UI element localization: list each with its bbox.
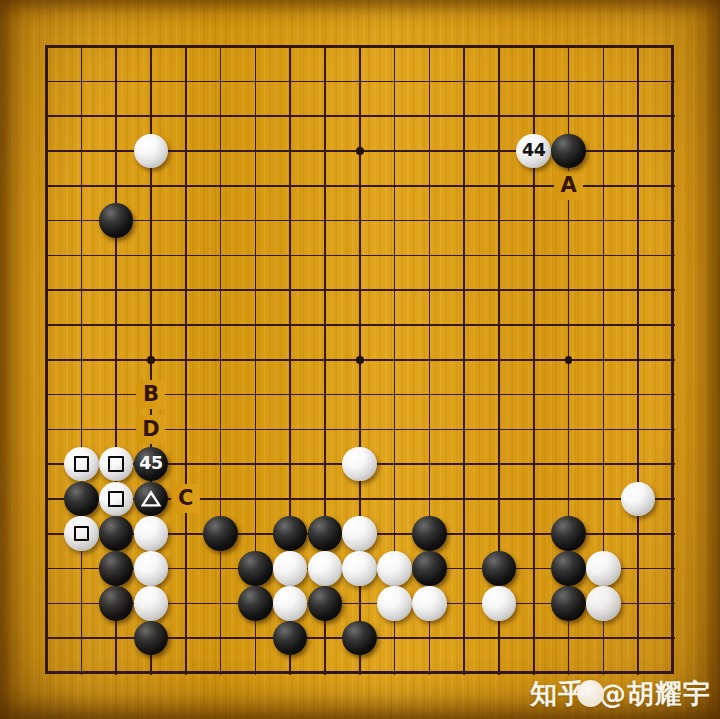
white-stone-44: 44: [516, 134, 551, 169]
point-label-A: A: [554, 171, 583, 200]
white-stone: [621, 482, 656, 517]
watermark-handle: @胡耀宇: [599, 676, 711, 712]
white-stone: [134, 551, 169, 586]
point-label-B: B: [136, 380, 165, 409]
white-stone: [273, 586, 308, 621]
black-stone: [308, 516, 343, 551]
black-stone: [308, 586, 343, 621]
square-mark: [108, 491, 124, 507]
black-stone: [551, 586, 586, 621]
black-stone: [134, 482, 169, 517]
point-label-D: D: [136, 415, 165, 444]
white-stone: [377, 586, 412, 621]
go-diagram-photo: 4445ABDC 知乎 @胡耀宇: [0, 0, 720, 719]
black-stone: [99, 203, 134, 238]
white-stone: [308, 551, 343, 586]
black-stone: [238, 586, 273, 621]
white-stone: [586, 551, 621, 586]
black-stone: [64, 482, 99, 517]
square-mark: [74, 456, 90, 472]
white-stone: [134, 586, 169, 621]
white-stone: [99, 447, 134, 482]
white-stone: [99, 482, 134, 517]
white-stone: [482, 586, 517, 621]
white-stone: [586, 586, 621, 621]
white-stone: [412, 586, 447, 621]
white-stone: [64, 516, 99, 551]
black-stone: [99, 586, 134, 621]
black-stone: [551, 134, 586, 169]
white-stone: [134, 516, 169, 551]
white-stone: [64, 447, 99, 482]
black-stone: [99, 551, 134, 586]
zhihu-logo-icon: [577, 680, 604, 707]
black-stone: [99, 516, 134, 551]
black-stone: [412, 551, 447, 586]
white-stone: [342, 516, 377, 551]
white-stone: [342, 447, 377, 482]
square-mark: [108, 456, 124, 472]
white-stone: [134, 134, 169, 169]
point-label-C: C: [171, 484, 200, 513]
black-stone-45: 45: [134, 447, 169, 482]
black-stone: [551, 516, 586, 551]
board-grid: 4445ABDC: [29, 29, 690, 690]
black-stone: [238, 551, 273, 586]
white-stone: [342, 551, 377, 586]
square-mark: [74, 526, 90, 542]
black-stone: [412, 516, 447, 551]
black-stone: [273, 621, 308, 656]
triangle-mark: [141, 490, 161, 508]
watermark: 知乎 @胡耀宇: [530, 676, 711, 712]
black-stone: [342, 621, 377, 656]
move-number: 45: [139, 455, 162, 473]
white-stone: [377, 551, 412, 586]
black-stone: [273, 516, 308, 551]
white-stone: [273, 551, 308, 586]
go-board: 4445ABDC: [0, 0, 720, 719]
black-stone: [482, 551, 517, 586]
black-stone: [203, 516, 238, 551]
black-stone: [551, 551, 586, 586]
black-stone: [134, 621, 169, 656]
move-number: 44: [522, 142, 545, 160]
